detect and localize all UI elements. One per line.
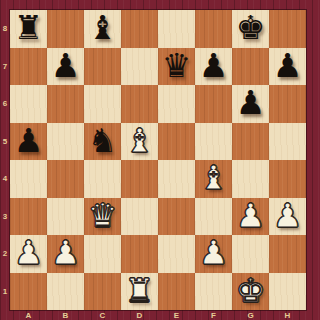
square-d4[interactable] (121, 160, 158, 198)
file-label-d: D (121, 310, 158, 320)
square-d6[interactable] (121, 85, 158, 123)
file-label-f: F (195, 310, 232, 320)
square-a3[interactable] (10, 198, 47, 236)
square-c6[interactable] (84, 85, 121, 123)
square-e3[interactable] (158, 198, 195, 236)
square-f4[interactable]: ♝ (195, 160, 232, 198)
square-b1[interactable] (47, 273, 84, 311)
square-b7[interactable]: ♟ (47, 48, 84, 86)
white-pawn-a2[interactable]: ♟ (14, 236, 44, 269)
file-label-a: A (10, 310, 47, 320)
square-h5[interactable] (269, 123, 306, 161)
square-h6[interactable] (269, 85, 306, 123)
square-h8[interactable] (269, 10, 306, 48)
white-bishop-f4[interactable]: ♝ (199, 161, 229, 194)
square-f6[interactable] (195, 85, 232, 123)
square-b4[interactable] (47, 160, 84, 198)
black-pawn-g6[interactable]: ♟ (236, 86, 266, 119)
black-pawn-h7[interactable]: ♟ (273, 49, 303, 82)
square-g7[interactable] (232, 48, 269, 86)
square-b2[interactable]: ♟ (47, 235, 84, 273)
rank-label-7: 7 (0, 48, 10, 86)
rank-label-1: 1 (0, 273, 10, 311)
white-pawn-f2[interactable]: ♟ (199, 236, 229, 269)
white-queen-c3[interactable]: ♛ (88, 199, 118, 232)
white-pawn-b2[interactable]: ♟ (51, 236, 81, 269)
square-e8[interactable] (158, 10, 195, 48)
rank-label-2: 2 (0, 235, 10, 273)
square-d7[interactable] (121, 48, 158, 86)
white-pawn-h3[interactable]: ♟ (273, 199, 303, 232)
square-h2[interactable] (269, 235, 306, 273)
square-c3[interactable]: ♛ (84, 198, 121, 236)
rank-label-5: 5 (0, 123, 10, 161)
square-d5[interactable]: ♝ (121, 123, 158, 161)
square-a4[interactable] (10, 160, 47, 198)
square-h3[interactable]: ♟ (269, 198, 306, 236)
square-f7[interactable]: ♟ (195, 48, 232, 86)
white-king-g1[interactable]: ♚ (236, 274, 266, 307)
file-label-e: E (158, 310, 195, 320)
black-king-g8[interactable]: ♚ (236, 11, 266, 44)
square-f3[interactable] (195, 198, 232, 236)
square-c2[interactable] (84, 235, 121, 273)
square-a5[interactable]: ♟ (10, 123, 47, 161)
square-e2[interactable] (158, 235, 195, 273)
black-queen-e7[interactable]: ♛ (162, 49, 192, 82)
rank-label-8: 8 (0, 10, 10, 48)
board-frame: ♜♝♚♟♛♟♟♟♟♞♝♝♛♟♟♟♟♟♜♚ 12345678 ABCDEFGH (0, 0, 320, 320)
square-g4[interactable] (232, 160, 269, 198)
square-a6[interactable] (10, 85, 47, 123)
black-pawn-f7[interactable]: ♟ (199, 49, 229, 82)
square-f5[interactable] (195, 123, 232, 161)
square-a2[interactable]: ♟ (10, 235, 47, 273)
square-g3[interactable]: ♟ (232, 198, 269, 236)
square-g6[interactable]: ♟ (232, 85, 269, 123)
white-pawn-g3[interactable]: ♟ (236, 199, 266, 232)
square-g5[interactable] (232, 123, 269, 161)
black-bishop-c8[interactable]: ♝ (88, 11, 118, 44)
rank-label-3: 3 (0, 198, 10, 236)
square-b8[interactable] (47, 10, 84, 48)
square-c5[interactable]: ♞ (84, 123, 121, 161)
square-d1[interactable]: ♜ (121, 273, 158, 311)
square-f8[interactable] (195, 10, 232, 48)
chess-board: ♜♝♚♟♛♟♟♟♟♞♝♝♛♟♟♟♟♟♜♚ (10, 10, 306, 310)
square-h4[interactable] (269, 160, 306, 198)
square-f1[interactable] (195, 273, 232, 311)
file-label-g: G (232, 310, 269, 320)
file-label-c: C (84, 310, 121, 320)
square-c8[interactable]: ♝ (84, 10, 121, 48)
file-label-b: B (47, 310, 84, 320)
square-b6[interactable] (47, 85, 84, 123)
square-b3[interactable] (47, 198, 84, 236)
square-h1[interactable] (269, 273, 306, 311)
square-c4[interactable] (84, 160, 121, 198)
square-e5[interactable] (158, 123, 195, 161)
square-d3[interactable] (121, 198, 158, 236)
square-e1[interactable] (158, 273, 195, 311)
square-d8[interactable] (121, 10, 158, 48)
square-h7[interactable]: ♟ (269, 48, 306, 86)
square-e7[interactable]: ♛ (158, 48, 195, 86)
square-g8[interactable]: ♚ (232, 10, 269, 48)
square-c7[interactable] (84, 48, 121, 86)
square-c1[interactable] (84, 273, 121, 311)
black-pawn-b7[interactable]: ♟ (51, 49, 81, 82)
square-g1[interactable]: ♚ (232, 273, 269, 311)
rank-label-6: 6 (0, 85, 10, 123)
square-e6[interactable] (158, 85, 195, 123)
square-e4[interactable] (158, 160, 195, 198)
square-f2[interactable]: ♟ (195, 235, 232, 273)
black-pawn-a5[interactable]: ♟ (14, 124, 44, 157)
square-a1[interactable] (10, 273, 47, 311)
rank-label-4: 4 (0, 160, 10, 198)
square-d2[interactable] (121, 235, 158, 273)
white-rook-d1[interactable]: ♜ (125, 274, 155, 307)
square-a8[interactable]: ♜ (10, 10, 47, 48)
square-g2[interactable] (232, 235, 269, 273)
square-b5[interactable] (47, 123, 84, 161)
black-knight-c5[interactable]: ♞ (88, 124, 118, 157)
white-bishop-d5[interactable]: ♝ (125, 124, 155, 157)
file-label-h: H (269, 310, 306, 320)
square-a7[interactable] (10, 48, 47, 86)
black-rook-a8[interactable]: ♜ (14, 11, 44, 44)
